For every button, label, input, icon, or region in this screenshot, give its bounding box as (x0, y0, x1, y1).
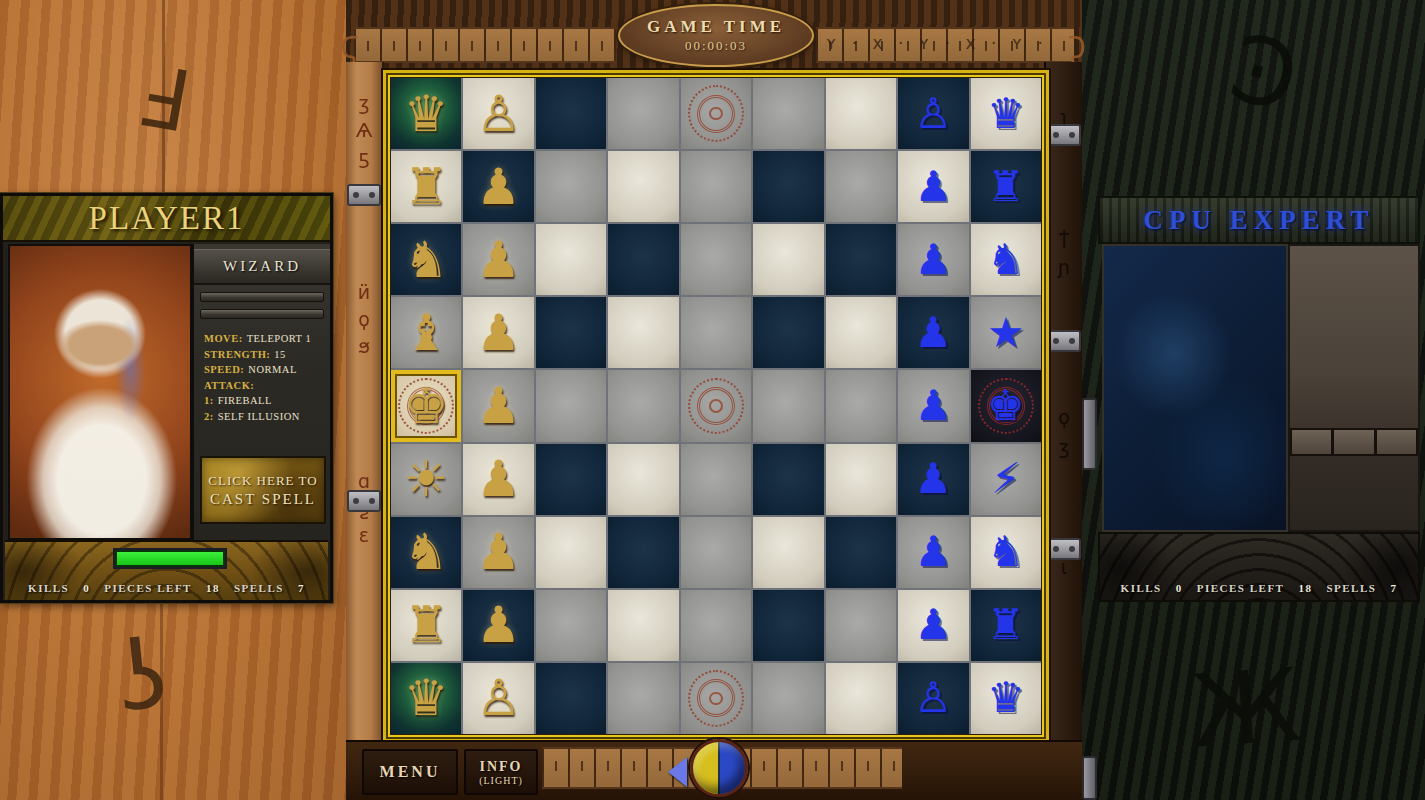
game-time-value: 00:00:03 (685, 38, 747, 54)
square-r5c7[interactable] (826, 370, 896, 441)
square-r1c1[interactable]: ♛ (391, 78, 461, 149)
square-r4c8[interactable]: ♟ (898, 297, 968, 368)
piece-goblin[interactable]: ♟ (915, 385, 953, 427)
game-time-badge: GAME TIME 00:00:03 (618, 4, 814, 67)
piece-valkyrie[interactable]: ♛ (404, 673, 449, 723)
square-r4c9[interactable]: ★ (971, 297, 1041, 368)
square-r1c8[interactable]: ♙ (898, 78, 968, 149)
piece-archer[interactable]: ♙ (476, 673, 521, 723)
power-point-rune-icon (688, 670, 744, 727)
square-r7c4[interactable] (608, 517, 678, 588)
square-r3c6[interactable] (753, 224, 823, 295)
square-r2c1[interactable]: ♜ (391, 151, 461, 222)
piece-knight[interactable]: ♟ (476, 308, 521, 358)
square-r7c1[interactable]: ♞ (391, 517, 461, 588)
piece-goblin[interactable]: ♟ (915, 604, 953, 646)
square-r2c7[interactable] (826, 151, 896, 222)
square-r8c8[interactable]: ♟ (898, 590, 968, 661)
piece-basilisk[interactable]: ♞ (987, 239, 1025, 281)
square-r6c8[interactable]: ♟ (898, 444, 968, 515)
square-r1c9[interactable]: ♛ (971, 78, 1041, 149)
cpu-name-banner: CPU EXPERT (1098, 196, 1420, 244)
bottom-bar: MENU INFO (LIGHT) (346, 740, 1082, 800)
piece-unicorn[interactable]: ♞ (404, 235, 449, 285)
square-r4c1[interactable]: ♝ (391, 297, 461, 368)
square-r4c4[interactable] (608, 297, 678, 368)
square-r6c4[interactable] (608, 444, 678, 515)
piece-goblin[interactable]: ♟ (915, 531, 953, 573)
menu-button-label: MENU (380, 763, 441, 781)
board-frame: ♛♙♙♛♜♟♟♜♞♟♟♞♝♟♟★♚♟♟♚☀♟♟⚡♞♟♟♞♜♟♟♜♛♙♙♛ (383, 70, 1049, 742)
square-r8c1[interactable]: ♜ (391, 590, 461, 661)
square-r4c2[interactable]: ♟ (463, 297, 533, 368)
metal-bracket (1082, 756, 1097, 800)
metal-clasp (1047, 538, 1081, 560)
square-r2c2[interactable]: ♟ (463, 151, 533, 222)
square-r4c7[interactable] (826, 297, 896, 368)
cpu-stats-panel (1288, 244, 1420, 532)
square-r7c5[interactable] (681, 517, 751, 588)
game-screen: CPU EXPERT KILLS 0 PIECES LEFT 18 SPELLS… (0, 0, 1425, 800)
stat-row: MOVE:TELEPORT 1 (204, 331, 322, 347)
menu-button[interactable]: MENU (362, 749, 458, 795)
info-button[interactable]: INFO (LIGHT) (464, 749, 538, 795)
cpu-score-band: KILLS 0 PIECES LEFT 18 SPELLS 7 (1098, 532, 1420, 602)
square-r7c6[interactable] (753, 517, 823, 588)
cpu-name: CPU EXPERT (1144, 205, 1375, 236)
square-r6c9[interactable]: ⚡ (971, 444, 1041, 515)
square-r9c2[interactable]: ♙ (463, 663, 533, 734)
swirl-ornament-icon (340, 30, 359, 65)
piece-goblin[interactable]: ♟ (915, 166, 953, 208)
metal-clasp (1047, 124, 1081, 146)
square-r1c3[interactable] (536, 78, 606, 149)
spells-value: 7 (1390, 582, 1397, 594)
square-r3c8[interactable]: ♟ (898, 224, 968, 295)
square-r8c9[interactable]: ♜ (971, 590, 1041, 661)
kills-label: KILLS (28, 582, 69, 594)
piece-info-panel: WIZARD MOVE:TELEPORT 1 STRENGTH:15 SPEED… (192, 244, 330, 540)
piece-banshee[interactable]: ♛ (987, 93, 1025, 135)
info-button-sublabel: (LIGHT) (479, 775, 523, 786)
square-r3c5[interactable] (681, 224, 751, 295)
cpu-portrait (1102, 244, 1288, 532)
pieces-left-label: PIECES LEFT (104, 582, 192, 594)
square-r7c9[interactable]: ♞ (971, 517, 1041, 588)
square-r3c9[interactable]: ♞ (971, 224, 1041, 295)
piece-troll[interactable]: ♜ (987, 604, 1025, 646)
piece-valkyrie[interactable]: ♛ (404, 89, 449, 139)
piece-knight[interactable]: ♟ (476, 527, 521, 577)
spells-label: SPELLS (1326, 582, 1376, 594)
piece-banshee[interactable]: ♛ (987, 677, 1025, 719)
right-wood-background: CPU EXPERT KILLS 0 PIECES LEFT 18 SPELLS… (1082, 0, 1425, 800)
carved-rune-icon (1188, 646, 1304, 770)
carved-rune-icon (112, 618, 172, 735)
square-r9c7[interactable] (826, 663, 896, 734)
square-r5c6[interactable] (753, 370, 823, 441)
panel-ridge (200, 292, 324, 302)
square-r6c7[interactable] (826, 444, 896, 515)
health-bar (115, 550, 225, 567)
wizard-portrait (8, 244, 192, 540)
square-r9c6[interactable] (753, 663, 823, 734)
square-r8c7[interactable] (826, 590, 896, 661)
metal-clasp (347, 490, 381, 512)
piece-phoenix[interactable]: ☀ (404, 454, 449, 504)
board-section: GAME TIME 00:00:03 ♛♙♙♛♜♟♟♜♞♟♟♞♝♟♟★♚♟♟♚☀… (346, 0, 1082, 800)
piece-wizard[interactable]: ♚ (404, 381, 449, 431)
square-r8c3[interactable] (536, 590, 606, 661)
kills-label: KILLS (1121, 582, 1162, 594)
square-r9c3[interactable] (536, 663, 606, 734)
kills-value: 0 (1176, 582, 1183, 594)
square-r3c3[interactable] (536, 224, 606, 295)
square-r3c2[interactable]: ♟ (463, 224, 533, 295)
carved-rune-icon (130, 47, 195, 152)
piece-golem[interactable]: ♜ (404, 162, 449, 212)
square-r9c4[interactable] (608, 663, 678, 734)
metal-bracket (1082, 398, 1097, 470)
square-r5c1[interactable]: ♚ (391, 370, 461, 441)
stat-row: 2:SELF ILLUSION (204, 409, 322, 425)
piece-golem[interactable]: ♜ (404, 600, 449, 650)
square-r1c6[interactable] (753, 78, 823, 149)
square-r4c5[interactable] (681, 297, 751, 368)
piece-knight[interactable]: ♟ (476, 454, 521, 504)
square-r1c5[interactable] (681, 78, 751, 149)
player-score-line: KILLS 0 PIECES LEFT 18 SPELLS 7 (5, 582, 328, 594)
square-r1c2[interactable]: ♙ (463, 78, 533, 149)
stat-row: STRENGTH:15 (204, 347, 322, 363)
square-r8c6[interactable] (753, 590, 823, 661)
info-button-label: INFO (480, 759, 523, 775)
piece-stats: MOVE:TELEPORT 1 STRENGTH:15 SPEED:NORMAL… (204, 331, 322, 424)
power-point-rune-icon (688, 85, 744, 142)
cpu-score-line: KILLS 0 PIECES LEFT 18 SPELLS 7 (1100, 582, 1418, 594)
piece-title: WIZARD (194, 249, 330, 285)
piece-shapeshifter[interactable]: ★ (987, 312, 1025, 354)
piece-unicorn[interactable]: ♞ (404, 527, 449, 577)
pieces-left-value: 18 (206, 582, 220, 594)
square-r5c2[interactable]: ♟ (463, 370, 533, 441)
square-r1c4[interactable] (608, 78, 678, 149)
stat-row: ATTACK: (204, 378, 322, 394)
piece-manticore[interactable]: ♙ (915, 93, 953, 135)
square-r6c1[interactable]: ☀ (391, 444, 461, 515)
piece-knight[interactable]: ♟ (476, 235, 521, 285)
square-r6c3[interactable] (536, 444, 606, 515)
square-r9c5[interactable] (681, 663, 751, 734)
luminosity-orb-icon (690, 739, 748, 797)
metal-clasp (1047, 330, 1081, 352)
cpu-panel-segments (1290, 428, 1418, 456)
square-r8c5[interactable] (681, 590, 751, 661)
pieces-left-label: PIECES LEFT (1197, 582, 1285, 594)
square-r8c2[interactable]: ♟ (463, 590, 533, 661)
player-score-band: KILLS 0 PIECES LEFT 18 SPELLS 7 (5, 540, 328, 600)
square-r2c4[interactable] (608, 151, 678, 222)
swirl-ornament-icon (1067, 30, 1086, 65)
square-r7c2[interactable]: ♟ (463, 517, 533, 588)
player-card: PLAYER1 WIZARD MOVE:TELEPORT 1 STRENGTH:… (0, 193, 333, 603)
piece-goblin[interactable]: ♟ (915, 458, 953, 500)
square-r7c8[interactable]: ♟ (898, 517, 968, 588)
spells-value: 7 (298, 582, 305, 594)
square-r6c2[interactable]: ♟ (463, 444, 533, 515)
piece-sorceress[interactable]: ♚ (987, 385, 1025, 427)
square-r4c3[interactable] (536, 297, 606, 368)
square-r2c6[interactable] (753, 151, 823, 222)
stat-row: 1:FIREBALL (204, 393, 322, 409)
piece-dragon[interactable]: ⚡ (991, 458, 1021, 500)
piece-basilisk[interactable]: ♞ (987, 531, 1025, 573)
piece-knight[interactable]: ♟ (476, 162, 521, 212)
piece-knight[interactable]: ♟ (476, 600, 521, 650)
power-point-rune-icon (688, 378, 744, 435)
square-r5c3[interactable] (536, 370, 606, 441)
square-r3c7[interactable] (826, 224, 896, 295)
square-r3c1[interactable]: ♞ (391, 224, 461, 295)
game-time-label: GAME TIME (647, 17, 785, 37)
board-grid: ♛♙♙♛♜♟♟♜♞♟♟♞♝♟♟★♚♟♟♚☀♟♟⚡♞♟♟♞♜♟♟♜♛♙♙♛ (391, 78, 1041, 734)
piece-knight[interactable]: ♟ (476, 381, 521, 431)
square-r6c5[interactable] (681, 444, 751, 515)
square-r9c1[interactable]: ♛ (391, 663, 461, 734)
square-r5c4[interactable] (608, 370, 678, 441)
left-rune-strip (346, 62, 384, 746)
player-name-banner: PLAYER1 (3, 196, 330, 242)
pieces-left-value: 18 (1298, 582, 1312, 594)
piece-djinni[interactable]: ♝ (404, 308, 449, 358)
cast-spell-button[interactable]: CLICK HERE TO CAST SPELL (200, 456, 326, 524)
piece-troll[interactable]: ♜ (987, 166, 1025, 208)
cycle-arrow-icon[interactable] (668, 757, 687, 787)
player-name: PLAYER1 (89, 200, 245, 237)
square-r6c6[interactable] (753, 444, 823, 515)
square-r1c7[interactable] (826, 78, 896, 149)
kills-value: 0 (83, 582, 90, 594)
square-r8c4[interactable] (608, 590, 678, 661)
square-r3c4[interactable] (608, 224, 678, 295)
square-r2c5[interactable] (681, 151, 751, 222)
square-r7c3[interactable] (536, 517, 606, 588)
square-r5c9[interactable]: ♚ (971, 370, 1041, 441)
square-r9c9[interactable]: ♛ (971, 663, 1041, 734)
piece-goblin[interactable]: ♟ (915, 239, 953, 281)
metal-clasp (347, 184, 381, 206)
piece-archer[interactable]: ♙ (476, 89, 521, 139)
square-r2c3[interactable] (536, 151, 606, 222)
square-r2c9[interactable]: ♜ (971, 151, 1041, 222)
spells-label: SPELLS (234, 582, 284, 594)
square-r9c8[interactable]: ♙ (898, 663, 968, 734)
piece-goblin[interactable]: ♟ (915, 312, 953, 354)
piece-manticore[interactable]: ♙ (915, 677, 953, 719)
panel-ridge (200, 309, 324, 319)
right-rune-strip (1044, 62, 1082, 746)
stat-row: SPEED:NORMAL (204, 362, 322, 378)
square-r5c5[interactable] (681, 370, 751, 441)
square-r2c8[interactable]: ♟ (898, 151, 968, 222)
square-r5c8[interactable]: ♟ (898, 370, 968, 441)
carved-rune-icon (1220, 14, 1309, 133)
carved-pattern-band (816, 27, 1074, 63)
square-r4c6[interactable] (753, 297, 823, 368)
square-r7c7[interactable] (826, 517, 896, 588)
carved-pattern-band (354, 27, 616, 63)
